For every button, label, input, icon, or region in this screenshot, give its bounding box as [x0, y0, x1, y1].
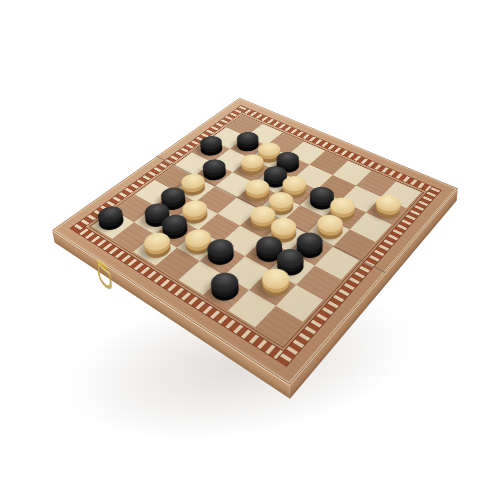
checker-piece-black — [206, 277, 244, 306]
checker-piece-black — [203, 244, 239, 270]
board-perspective-wrapper — [107, 33, 411, 385]
checker-piece-wood — [371, 200, 404, 223]
product-photo-scene — [0, 0, 500, 500]
checker-piece-black — [95, 211, 129, 234]
